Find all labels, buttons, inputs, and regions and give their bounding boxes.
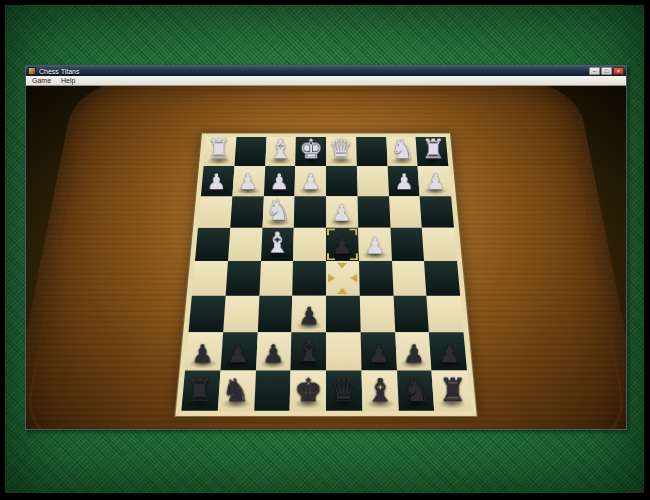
chess-board[interactable]: ♜♝♚♛♞♜♟♟♟♟♟♟♞♟♝♟♟♟♟♟♟♝♟♟♟♜♞♚♛♝♞♜ bbox=[175, 134, 476, 417]
square-g5[interactable] bbox=[225, 261, 260, 296]
close-button[interactable]: × bbox=[613, 67, 624, 75]
white-pawn-a2[interactable]: ♟ bbox=[425, 172, 445, 194]
white-rook-h1[interactable]: ♜ bbox=[207, 136, 231, 163]
square-h1[interactable]: ♜ bbox=[204, 137, 237, 166]
menu-game[interactable]: Game bbox=[32, 77, 51, 84]
menu-bar: Game Help bbox=[26, 76, 626, 86]
square-c5[interactable] bbox=[359, 261, 393, 296]
square-e4[interactable] bbox=[293, 228, 326, 261]
square-h3[interactable] bbox=[198, 197, 232, 229]
white-rook-a1[interactable]: ♜ bbox=[421, 136, 445, 163]
square-e5[interactable] bbox=[292, 261, 326, 296]
square-a2[interactable]: ♟ bbox=[418, 166, 451, 196]
white-pawn-g2[interactable]: ♟ bbox=[238, 172, 258, 194]
square-g3[interactable] bbox=[230, 197, 263, 229]
menu-help[interactable]: Help bbox=[61, 77, 75, 84]
white-knight-f3[interactable]: ♞ bbox=[265, 197, 290, 225]
title-bar[interactable]: Chess Titans – □ × bbox=[26, 66, 626, 76]
white-pawn-b2[interactable]: ♟ bbox=[394, 172, 414, 194]
square-f1[interactable]: ♝ bbox=[265, 137, 296, 166]
maximize-button[interactable]: □ bbox=[601, 67, 612, 75]
square-b5[interactable] bbox=[392, 261, 427, 296]
square-g1[interactable] bbox=[234, 137, 266, 166]
square-a4[interactable] bbox=[422, 228, 457, 261]
square-f3[interactable]: ♞ bbox=[262, 197, 295, 229]
square-a8[interactable]: ♜ bbox=[432, 371, 471, 411]
square-c3[interactable] bbox=[357, 197, 390, 229]
white-pawn-c4[interactable]: ♟ bbox=[365, 235, 386, 258]
square-c7[interactable]: ♟ bbox=[360, 333, 396, 371]
white-bishop-f1[interactable]: ♝ bbox=[268, 136, 292, 163]
square-h8[interactable]: ♜ bbox=[181, 371, 220, 411]
black-knight-g8[interactable]: ♞ bbox=[222, 375, 251, 407]
square-c2[interactable] bbox=[357, 166, 389, 196]
white-pawn-h2[interactable]: ♟ bbox=[207, 172, 227, 194]
black-pawn-d4[interactable]: ♟ bbox=[332, 235, 353, 258]
black-queen-d8[interactable]: ♛ bbox=[330, 375, 359, 407]
black-pawn-b7[interactable]: ♟ bbox=[403, 342, 425, 367]
square-e3[interactable] bbox=[294, 197, 326, 229]
black-rook-h8[interactable]: ♜ bbox=[185, 375, 214, 407]
square-h6[interactable] bbox=[189, 296, 226, 332]
black-king-e8[interactable]: ♚ bbox=[294, 375, 323, 407]
black-rook-a8[interactable]: ♜ bbox=[438, 375, 467, 407]
square-h5[interactable] bbox=[192, 261, 228, 296]
square-g2[interactable]: ♟ bbox=[232, 166, 265, 196]
square-d1[interactable]: ♛ bbox=[326, 137, 357, 166]
square-b6[interactable] bbox=[393, 296, 429, 332]
square-g8[interactable]: ♞ bbox=[218, 371, 256, 411]
black-pawn-a7[interactable]: ♟ bbox=[438, 342, 460, 367]
square-h2[interactable]: ♟ bbox=[201, 166, 234, 196]
black-knight-b8[interactable]: ♞ bbox=[402, 375, 431, 407]
square-c6[interactable] bbox=[360, 296, 395, 332]
square-f2[interactable]: ♟ bbox=[263, 166, 295, 196]
square-c1[interactable] bbox=[356, 137, 387, 166]
square-f8[interactable] bbox=[254, 371, 291, 411]
game-scene: ♜♝♚♛♞♜♟♟♟♟♟♟♞♟♝♟♟♟♟♟♟♝♟♟♟♜♞♚♛♝♞♜ bbox=[26, 86, 626, 429]
square-e2[interactable]: ♟ bbox=[295, 166, 326, 196]
white-queen-d1[interactable]: ♛ bbox=[329, 136, 353, 163]
square-f4[interactable]: ♝ bbox=[261, 228, 295, 261]
square-d6[interactable] bbox=[326, 296, 360, 332]
white-pawn-d3[interactable]: ♟ bbox=[332, 203, 352, 225]
black-pawn-f7[interactable]: ♟ bbox=[262, 342, 284, 367]
black-pawn-e6[interactable]: ♟ bbox=[298, 305, 320, 329]
white-pawn-f2[interactable]: ♟ bbox=[269, 172, 289, 194]
square-g4[interactable] bbox=[228, 228, 262, 261]
square-g7[interactable]: ♟ bbox=[220, 333, 257, 371]
window-controls: – □ × bbox=[589, 67, 624, 75]
square-b4[interactable] bbox=[390, 228, 424, 261]
minimize-button[interactable]: – bbox=[589, 67, 600, 75]
square-d5[interactable] bbox=[326, 261, 360, 296]
square-h7[interactable]: ♟ bbox=[185, 333, 223, 371]
square-c4[interactable]: ♟ bbox=[358, 228, 392, 261]
move-marker-arrows bbox=[326, 261, 360, 296]
black-pawn-h7[interactable]: ♟ bbox=[192, 342, 214, 367]
square-d2[interactable] bbox=[326, 166, 357, 196]
square-f7[interactable]: ♟ bbox=[256, 333, 292, 371]
square-e7[interactable]: ♝ bbox=[291, 333, 326, 371]
square-a3[interactable] bbox=[420, 197, 454, 229]
chess-titans-window: Chess Titans – □ × Game Help ♜♝♚♛♞♜♟♟♟♟♟… bbox=[25, 65, 627, 430]
black-pawn-g7[interactable]: ♟ bbox=[227, 342, 249, 367]
square-b8[interactable]: ♞ bbox=[396, 371, 434, 411]
square-f5[interactable] bbox=[259, 261, 293, 296]
black-pawn-c7[interactable]: ♟ bbox=[368, 342, 390, 367]
square-b7[interactable]: ♟ bbox=[395, 333, 432, 371]
black-bishop-c8[interactable]: ♝ bbox=[366, 375, 395, 407]
white-king-e1[interactable]: ♚ bbox=[299, 136, 323, 163]
square-f6[interactable] bbox=[257, 296, 292, 332]
white-bishop-f4[interactable]: ♝ bbox=[264, 229, 290, 258]
square-c8[interactable]: ♝ bbox=[361, 371, 398, 411]
square-h4[interactable] bbox=[195, 228, 230, 261]
square-e6[interactable]: ♟ bbox=[292, 296, 326, 332]
black-bishop-e7[interactable]: ♝ bbox=[294, 336, 322, 367]
square-a1[interactable]: ♜ bbox=[416, 137, 449, 166]
window-title: Chess Titans bbox=[39, 68, 586, 75]
square-a5[interactable] bbox=[424, 261, 460, 296]
square-d4[interactable]: ♟ bbox=[326, 228, 359, 261]
app-icon bbox=[28, 67, 36, 75]
square-e8[interactable]: ♚ bbox=[290, 371, 326, 411]
square-d3[interactable]: ♟ bbox=[326, 197, 358, 229]
square-a6[interactable] bbox=[427, 296, 464, 332]
square-b2[interactable]: ♟ bbox=[387, 166, 420, 196]
white-knight-b1[interactable]: ♞ bbox=[390, 136, 414, 163]
square-b3[interactable] bbox=[389, 197, 422, 229]
square-e1[interactable]: ♚ bbox=[295, 137, 326, 166]
board-plane: ♜♝♚♛♞♜♟♟♟♟♟♟♞♟♝♟♟♟♟♟♟♝♟♟♟♜♞♚♛♝♞♜ bbox=[175, 134, 476, 417]
square-g6[interactable] bbox=[223, 296, 259, 332]
square-b1[interactable]: ♞ bbox=[386, 137, 418, 166]
square-d8[interactable]: ♛ bbox=[326, 371, 362, 411]
white-pawn-e2[interactable]: ♟ bbox=[301, 172, 321, 194]
square-d7[interactable] bbox=[326, 333, 361, 371]
square-a7[interactable]: ♟ bbox=[429, 333, 467, 371]
